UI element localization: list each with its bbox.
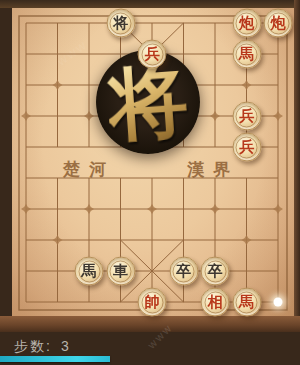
piece-red-馬[interactable]: 馬 <box>232 288 261 317</box>
piece-red-兵[interactable]: 兵 <box>232 102 261 131</box>
piece-black-卒[interactable]: 卒 <box>169 257 198 286</box>
piece-red-炮[interactable]: 炮 <box>232 9 261 38</box>
pieces-layer: 将炮炮兵馬兵兵馬車卒卒帥相馬 <box>0 0 300 365</box>
move-origin-dot <box>274 298 283 307</box>
piece-red-相[interactable]: 相 <box>201 288 230 317</box>
piece-red-炮[interactable]: 炮 <box>264 9 293 38</box>
piece-red-兵[interactable]: 兵 <box>232 133 261 162</box>
piece-black-卒[interactable]: 卒 <box>201 257 230 286</box>
piece-black-将[interactable]: 将 <box>106 9 135 38</box>
piece-black-車[interactable]: 車 <box>106 257 135 286</box>
piece-red-兵[interactable]: 兵 <box>138 40 167 69</box>
piece-red-帥[interactable]: 帥 <box>138 288 167 317</box>
piece-black-馬[interactable]: 馬 <box>75 257 104 286</box>
piece-red-馬[interactable]: 馬 <box>232 40 261 69</box>
